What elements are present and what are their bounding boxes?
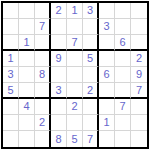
cell-r8c3[interactable]: 2	[35, 115, 51, 131]
given-digit: 6	[103, 69, 109, 80]
cell-r8c4[interactable]	[51, 115, 67, 131]
cell-r6c5[interactable]	[67, 83, 83, 99]
cell-r9c4[interactable]: 8	[51, 131, 67, 147]
cell-r9c6[interactable]: 7	[83, 131, 99, 147]
cell-r4c2[interactable]	[19, 51, 35, 67]
cell-r1c1[interactable]	[3, 3, 19, 19]
given-digit: 3	[87, 5, 93, 16]
given-digit: 8	[39, 69, 45, 80]
cell-r2c1[interactable]	[3, 19, 19, 35]
cell-r5c6[interactable]	[83, 67, 99, 83]
cell-r1c7[interactable]	[99, 3, 115, 19]
given-digit: 1	[23, 37, 29, 48]
given-digit: 9	[136, 69, 142, 80]
cell-r2c9[interactable]	[131, 19, 147, 35]
cell-r5c1[interactable]: 3	[3, 67, 19, 83]
given-digit: 3	[55, 85, 61, 96]
cell-r4c8[interactable]	[115, 51, 131, 67]
cell-r2c8[interactable]	[115, 19, 131, 35]
given-digit: 3	[103, 21, 109, 32]
cell-r8c5[interactable]	[67, 115, 83, 131]
given-digit: 5	[71, 134, 77, 145]
cell-r2c6[interactable]	[83, 19, 99, 35]
cell-r6c8[interactable]	[115, 83, 131, 99]
cell-r4c9[interactable]: 2	[131, 51, 147, 67]
cell-r9c5[interactable]: 5	[67, 131, 83, 147]
cell-r7c4[interactable]	[51, 99, 67, 115]
cell-r9c9[interactable]	[131, 131, 147, 147]
cell-r5c4[interactable]	[51, 67, 67, 83]
given-digit: 4	[23, 101, 29, 112]
cell-r4c3[interactable]	[35, 51, 51, 67]
cell-r6c7[interactable]	[99, 83, 115, 99]
cell-r5c7[interactable]: 6	[99, 67, 115, 83]
cell-r3c4[interactable]	[51, 35, 67, 51]
cell-r9c2[interactable]	[19, 131, 35, 147]
given-digit: 1	[103, 117, 109, 128]
cell-r1c9[interactable]	[131, 3, 147, 19]
cell-r4c1[interactable]: 1	[3, 51, 19, 67]
cell-r3c7[interactable]	[99, 35, 115, 51]
given-digit: 7	[39, 21, 45, 32]
cell-r5c3[interactable]: 8	[35, 67, 51, 83]
cell-r3c9[interactable]	[131, 35, 147, 51]
given-digit: 3	[7, 69, 13, 80]
given-digit: 9	[55, 53, 61, 64]
given-digit: 5	[87, 53, 93, 64]
cell-r4c4[interactable]: 9	[51, 51, 67, 67]
given-digit: 1	[7, 53, 13, 64]
cell-r6c1[interactable]: 5	[3, 83, 19, 99]
given-digit: 2	[87, 85, 93, 96]
cell-r8c1[interactable]	[3, 115, 19, 131]
cell-r6c9[interactable]: 7	[131, 83, 147, 99]
cell-r6c6[interactable]: 2	[83, 83, 99, 99]
cell-r1c6[interactable]: 3	[83, 3, 99, 19]
cell-r1c3[interactable]	[35, 3, 51, 19]
cell-r7c2[interactable]: 4	[19, 99, 35, 115]
cell-r7c5[interactable]: 2	[67, 99, 83, 115]
cell-r8c8[interactable]	[115, 115, 131, 131]
cell-r6c3[interactable]	[35, 83, 51, 99]
cell-r9c8[interactable]	[115, 131, 131, 147]
given-digit: 7	[136, 85, 142, 96]
given-digit: 2	[39, 117, 45, 128]
given-digit: 8	[55, 134, 61, 145]
cell-r7c8[interactable]: 7	[115, 99, 131, 115]
given-digit: 2	[55, 5, 61, 16]
cell-r3c1[interactable]	[3, 35, 19, 51]
cell-r1c8[interactable]	[115, 3, 131, 19]
given-digit: 6	[119, 37, 125, 48]
given-digit: 7	[71, 37, 77, 48]
cell-r7c1[interactable]	[3, 99, 19, 115]
cell-r9c3[interactable]	[35, 131, 51, 147]
cell-r9c1[interactable]	[3, 131, 19, 147]
cell-r5c5[interactable]	[67, 67, 83, 83]
cell-r3c8[interactable]: 6	[115, 35, 131, 51]
given-digit: 5	[7, 85, 13, 96]
given-digit: 7	[119, 101, 125, 112]
cell-r9c7[interactable]	[99, 131, 115, 147]
cell-r8c7[interactable]: 1	[99, 115, 115, 131]
cell-r1c4[interactable]: 2	[51, 3, 67, 19]
cell-r3c3[interactable]	[35, 35, 51, 51]
given-digit: 1	[71, 5, 77, 16]
cell-r4c7[interactable]	[99, 51, 115, 67]
cell-r8c9[interactable]	[131, 115, 147, 131]
cell-r8c2[interactable]	[19, 115, 35, 131]
cell-r3c5[interactable]: 7	[67, 35, 83, 51]
cell-r5c8[interactable]	[115, 67, 131, 83]
cell-r5c2[interactable]	[19, 67, 35, 83]
sudoku-board: 2137317619523869532742721857	[1, 1, 149, 149]
cell-r2c2[interactable]	[19, 19, 35, 35]
given-digit: 2	[136, 53, 142, 64]
cell-r6c4[interactable]: 3	[51, 83, 67, 99]
cell-r2c7[interactable]: 3	[99, 19, 115, 35]
cell-r4c6[interactable]: 5	[83, 51, 99, 67]
cell-r1c5[interactable]: 1	[67, 3, 83, 19]
cell-r1c2[interactable]	[19, 3, 35, 19]
cell-r6c2[interactable]	[19, 83, 35, 99]
cell-r2c3[interactable]: 7	[35, 19, 51, 35]
cell-r7c3[interactable]	[35, 99, 51, 115]
cell-r2c5[interactable]	[67, 19, 83, 35]
cell-r2c4[interactable]	[51, 19, 67, 35]
cell-r8c6[interactable]	[83, 115, 99, 131]
cell-r7c9[interactable]	[131, 99, 147, 115]
given-digit: 2	[71, 101, 77, 112]
cell-r4c5[interactable]	[67, 51, 83, 67]
given-digit: 7	[87, 134, 93, 145]
cell-r7c7[interactable]	[99, 99, 115, 115]
cell-r5c9[interactable]: 9	[131, 67, 147, 83]
cell-r3c6[interactable]	[83, 35, 99, 51]
cell-r3c2[interactable]: 1	[19, 35, 35, 51]
cell-r7c6[interactable]	[83, 99, 99, 115]
